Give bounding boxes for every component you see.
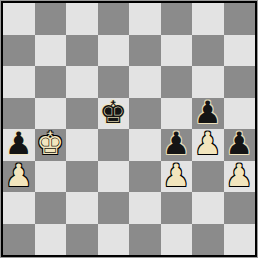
square-c6[interactable]: [66, 66, 98, 98]
square-c2[interactable]: [66, 192, 98, 224]
square-g8[interactable]: [192, 3, 224, 35]
square-a7[interactable]: [3, 35, 35, 67]
square-c5[interactable]: [66, 98, 98, 130]
white-pawn-h3: ♟: [225, 160, 253, 192]
square-h3[interactable]: ♟: [224, 161, 256, 193]
square-d4[interactable]: [98, 129, 130, 161]
square-b6[interactable]: [35, 66, 67, 98]
black-pawn-h4: ♟: [225, 128, 253, 160]
square-d1[interactable]: [98, 224, 130, 256]
square-e5[interactable]: [129, 98, 161, 130]
square-e6[interactable]: [129, 66, 161, 98]
chessboard-frame: ♚♟♟♚♟♟♟♟♟♟: [0, 0, 258, 258]
square-d7[interactable]: [98, 35, 130, 67]
square-e8[interactable]: [129, 3, 161, 35]
square-h8[interactable]: [224, 3, 256, 35]
square-g1[interactable]: [192, 224, 224, 256]
black-pawn-f4: ♟: [162, 128, 190, 160]
square-f8[interactable]: [161, 3, 193, 35]
white-pawn-g4: ♟: [194, 128, 222, 160]
square-f2[interactable]: [161, 192, 193, 224]
square-b3[interactable]: [35, 161, 67, 193]
square-d3[interactable]: [98, 161, 130, 193]
square-e2[interactable]: [129, 192, 161, 224]
square-f7[interactable]: [161, 35, 193, 67]
square-c8[interactable]: [66, 3, 98, 35]
square-g3[interactable]: [192, 161, 224, 193]
square-h6[interactable]: [224, 66, 256, 98]
square-e3[interactable]: [129, 161, 161, 193]
square-d5[interactable]: ♚: [98, 98, 130, 130]
square-b2[interactable]: [35, 192, 67, 224]
square-h2[interactable]: [224, 192, 256, 224]
chessboard: ♚♟♟♚♟♟♟♟♟♟: [1, 1, 257, 257]
square-e4[interactable]: [129, 129, 161, 161]
square-g4[interactable]: ♟: [192, 129, 224, 161]
white-pawn-a3: ♟: [5, 160, 33, 192]
square-c4[interactable]: [66, 129, 98, 161]
square-d8[interactable]: [98, 3, 130, 35]
black-pawn-a4: ♟: [5, 128, 33, 160]
black-pawn-g5: ♟: [194, 97, 222, 129]
square-a2[interactable]: [3, 192, 35, 224]
square-a1[interactable]: [3, 224, 35, 256]
square-e1[interactable]: [129, 224, 161, 256]
square-f6[interactable]: [161, 66, 193, 98]
square-a6[interactable]: [3, 66, 35, 98]
white-king-b4: ♚: [36, 128, 64, 160]
square-b1[interactable]: [35, 224, 67, 256]
square-b7[interactable]: [35, 35, 67, 67]
square-h1[interactable]: [224, 224, 256, 256]
square-d2[interactable]: [98, 192, 130, 224]
black-king-d5: ♚: [99, 97, 127, 129]
square-b8[interactable]: [35, 3, 67, 35]
square-g2[interactable]: [192, 192, 224, 224]
square-b4[interactable]: ♚: [35, 129, 67, 161]
white-pawn-f3: ♟: [162, 160, 190, 192]
square-f1[interactable]: [161, 224, 193, 256]
square-h7[interactable]: [224, 35, 256, 67]
square-e7[interactable]: [129, 35, 161, 67]
square-f3[interactable]: ♟: [161, 161, 193, 193]
square-g7[interactable]: [192, 35, 224, 67]
square-c3[interactable]: [66, 161, 98, 193]
square-c1[interactable]: [66, 224, 98, 256]
square-a3[interactable]: ♟: [3, 161, 35, 193]
square-a8[interactable]: [3, 3, 35, 35]
square-c7[interactable]: [66, 35, 98, 67]
